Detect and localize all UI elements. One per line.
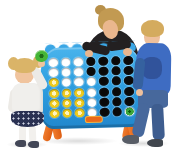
boy-right-shoe — [147, 139, 163, 147]
board-cell-r4c2-Y — [62, 88, 72, 97]
board-cell-r1c1-eL — [49, 58, 59, 67]
connect-four-board — [40, 46, 143, 130]
board-cell-r1c5-eD — [98, 56, 108, 65]
board-cell-r1c6-eD — [111, 56, 121, 65]
board-cell-r2c3-eL — [74, 67, 84, 76]
brand-sticker — [86, 117, 102, 122]
board-cell-r3c2-eL — [62, 78, 72, 87]
board-grid — [47, 55, 136, 119]
board-cell-r4c4-eL — [87, 88, 97, 97]
board-cell-r4c1-Y — [49, 89, 59, 98]
boy-sweater-print — [142, 57, 162, 79]
board-cell-r4c3-Y — [74, 88, 84, 97]
board-cell-r1c4-eD — [86, 57, 96, 66]
board-cell-r2c7-eD — [123, 66, 133, 75]
board-cell-r6c6-eD — [112, 108, 122, 117]
woman-right-hand — [123, 48, 132, 56]
board-cell-r1c3-eL — [74, 57, 84, 66]
girl-right-leg — [29, 125, 37, 142]
board-cell-r4c6-eD — [112, 87, 122, 96]
girl-polkadot-skirt — [11, 111, 44, 127]
board-cell-r2c4-eD — [86, 67, 96, 76]
board-cell-r3c3-eL — [74, 78, 84, 87]
board-cell-r2c1-eL — [49, 68, 59, 77]
board-cell-r4c5-eD — [99, 87, 109, 96]
board-cell-r3c6-eD — [111, 77, 121, 86]
board-cell-r3c5-eD — [99, 77, 109, 86]
girl-hair — [13, 58, 36, 73]
girl-left-shoe — [15, 140, 26, 147]
boy-right-leg — [151, 104, 165, 141]
board-cell-r6c7-G — [125, 107, 135, 116]
board-cell-r5c7-eD — [124, 97, 134, 106]
board-cell-r6c2-Y — [62, 109, 72, 118]
board-cell-r6c1-Y — [50, 109, 60, 118]
board-cell-r3c4-eL — [86, 77, 96, 86]
board-cell-r1c7-eD — [123, 56, 133, 65]
board-cell-r4c7-eD — [124, 87, 134, 96]
board-cell-r5c6-eD — [112, 97, 122, 106]
woman-left-hand — [85, 50, 93, 57]
board-cell-r2c6-eD — [111, 66, 121, 75]
boy-left-shoe — [122, 135, 139, 144]
board-cell-r5c2-Y — [62, 99, 72, 108]
board-cell-r6c3-Y — [75, 109, 85, 118]
scene — [0, 0, 180, 149]
boy-hair — [141, 20, 164, 37]
boy-hand — [136, 89, 143, 96]
board-cell-r2c5-eD — [99, 67, 109, 76]
board-cell-r5c4-eL — [87, 98, 97, 107]
board-cell-r5c3-Y — [75, 98, 85, 107]
board-cell-r1c2-eL — [61, 57, 71, 66]
girl-right-shoe — [28, 141, 39, 148]
board-cell-r3c1-Y — [49, 78, 59, 87]
board-cell-r2c2-eL — [61, 68, 71, 77]
board-cell-r5c1-Y — [50, 99, 60, 108]
board-cell-r6c5-eD — [100, 108, 110, 117]
board-cell-r5c5-eD — [99, 98, 109, 107]
